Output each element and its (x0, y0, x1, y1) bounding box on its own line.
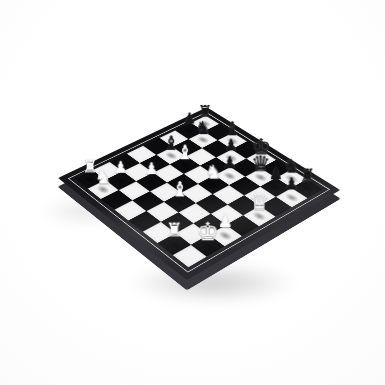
chess-board: ♜♜♝♝♚♚♞♞♜♜♟♟♞♞♟♟♛♛♟♟♟♟♟♟♝♝♝♝♞♞♛♛♟♟♝♝♟♟♟♟… (58, 107, 340, 280)
board-frame: ♜♜♝♝♚♚♞♞♜♜♟♟♞♞♟♟♛♛♟♟♟♟♟♟♝♝♝♝♞♞♛♛♟♟♝♝♟♟♟♟… (58, 107, 340, 280)
board-scene: ♜♜♝♝♚♚♞♞♜♜♟♟♞♞♟♟♛♛♟♟♟♟♟♟♝♝♝♝♞♞♛♛♟♟♝♝♟♟♟♟… (98, 84, 298, 284)
board-grid: ♜♜♝♝♚♚♞♞♜♜♟♟♞♞♟♟♛♛♟♟♟♟♟♟♝♝♝♝♞♞♛♛♟♟♝♝♟♟♟♟… (75, 116, 323, 268)
piece-contact-shadow (224, 136, 241, 146)
photo-stage: ♜♜♝♝♚♚♞♞♜♜♟♟♞♞♟♟♛♛♟♟♟♟♟♟♝♝♝♝♞♞♛♛♟♟♝♝♟♟♟♟… (0, 0, 385, 385)
piece-contact-shadow (197, 119, 214, 129)
